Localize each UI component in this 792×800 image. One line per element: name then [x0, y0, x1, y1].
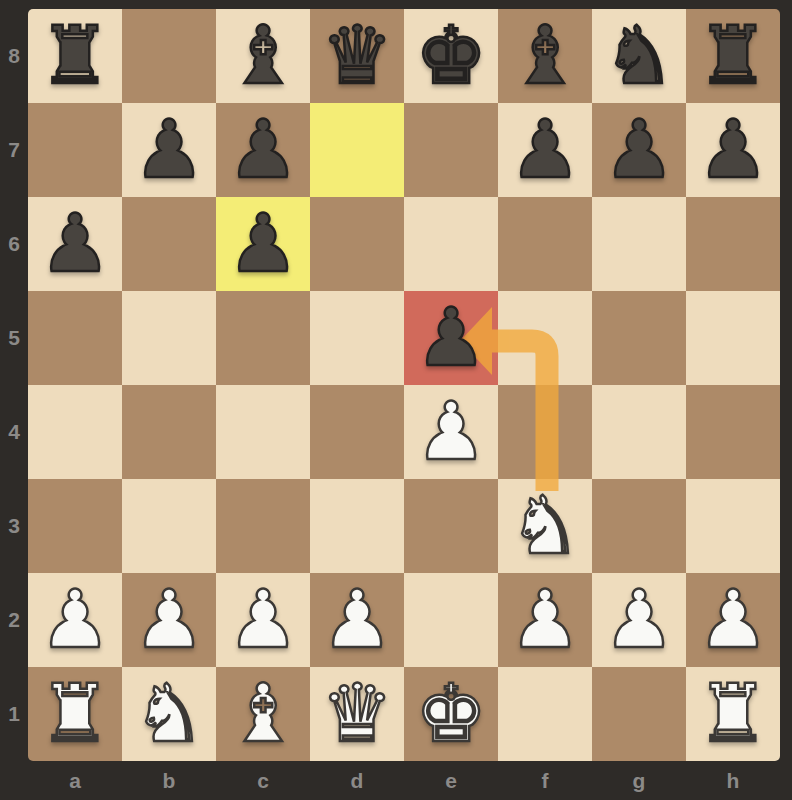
piece-white-pawn[interactable]: ♟	[697, 573, 769, 667]
piece-black-pawn[interactable]: ♟	[227, 197, 299, 291]
chess-app-background: 87654321 ♜♝♛♚♝♞♜♟♟♟♟♟♟♟♟♟♞♟♟♟♟♟♟♟♜♞♝♛♚♜ …	[0, 0, 792, 800]
piece-black-pawn[interactable]: ♟	[227, 103, 299, 197]
square-e6[interactable]	[404, 197, 498, 291]
square-h3[interactable]	[686, 479, 780, 573]
rank-label-1: 1	[0, 667, 28, 761]
rank-label-6: 6	[0, 197, 28, 291]
square-c6[interactable]: ♟	[216, 197, 310, 291]
square-f6[interactable]	[498, 197, 592, 291]
piece-black-pawn[interactable]: ♟	[603, 103, 675, 197]
file-label-g: g	[592, 761, 686, 800]
piece-white-pawn[interactable]: ♟	[39, 573, 111, 667]
square-h8[interactable]: ♜	[686, 9, 780, 103]
piece-black-bishop[interactable]: ♝	[509, 9, 581, 103]
square-e4[interactable]: ♟	[404, 385, 498, 479]
file-label-h: h	[686, 761, 780, 800]
square-a4[interactable]	[28, 385, 122, 479]
square-c7[interactable]: ♟	[216, 103, 310, 197]
piece-white-pawn[interactable]: ♟	[227, 573, 299, 667]
square-d8[interactable]: ♛	[310, 9, 404, 103]
piece-black-pawn[interactable]: ♟	[509, 103, 581, 197]
square-c4[interactable]	[216, 385, 310, 479]
square-b8[interactable]	[122, 9, 216, 103]
square-a2[interactable]: ♟	[28, 573, 122, 667]
file-label-a: a	[28, 761, 122, 800]
piece-black-bishop[interactable]: ♝	[227, 9, 299, 103]
square-b5[interactable]	[122, 291, 216, 385]
piece-white-rook[interactable]: ♜	[39, 667, 111, 761]
square-d6[interactable]	[310, 197, 404, 291]
rank-labels: 87654321	[0, 9, 28, 761]
square-b4[interactable]	[122, 385, 216, 479]
square-b2[interactable]: ♟	[122, 573, 216, 667]
piece-white-pawn[interactable]: ♟	[603, 573, 675, 667]
square-g6[interactable]	[592, 197, 686, 291]
square-d1[interactable]: ♛	[310, 667, 404, 761]
file-label-b: b	[122, 761, 216, 800]
piece-white-knight[interactable]: ♞	[509, 479, 581, 573]
piece-black-rook[interactable]: ♜	[697, 9, 769, 103]
square-b3[interactable]	[122, 479, 216, 573]
square-e7[interactable]	[404, 103, 498, 197]
square-c2[interactable]: ♟	[216, 573, 310, 667]
square-b7[interactable]: ♟	[122, 103, 216, 197]
square-e8[interactable]: ♚	[404, 9, 498, 103]
square-e5[interactable]: ♟	[404, 291, 498, 385]
rank-label-5: 5	[0, 291, 28, 385]
piece-black-king[interactable]: ♚	[415, 9, 487, 103]
file-label-c: c	[216, 761, 310, 800]
piece-white-king[interactable]: ♚	[415, 667, 487, 761]
square-e2[interactable]	[404, 573, 498, 667]
rank-label-4: 4	[0, 385, 28, 479]
rank-label-8: 8	[0, 9, 28, 103]
square-g3[interactable]	[592, 479, 686, 573]
piece-black-knight[interactable]: ♞	[603, 9, 675, 103]
square-c1[interactable]: ♝	[216, 667, 310, 761]
square-c5[interactable]	[216, 291, 310, 385]
piece-white-rook[interactable]: ♜	[697, 667, 769, 761]
chess-board[interactable]: ♜♝♛♚♝♞♜♟♟♟♟♟♟♟♟♟♞♟♟♟♟♟♟♟♜♞♝♛♚♜	[28, 9, 780, 761]
piece-black-rook[interactable]: ♜	[39, 9, 111, 103]
square-a5[interactable]	[28, 291, 122, 385]
piece-white-knight[interactable]: ♞	[133, 667, 205, 761]
square-e1[interactable]: ♚	[404, 667, 498, 761]
square-f4[interactable]	[498, 385, 592, 479]
square-g4[interactable]	[592, 385, 686, 479]
square-h5[interactable]	[686, 291, 780, 385]
square-c8[interactable]: ♝	[216, 9, 310, 103]
piece-white-pawn[interactable]: ♟	[321, 573, 393, 667]
piece-black-pawn[interactable]: ♟	[415, 291, 487, 385]
square-h6[interactable]	[686, 197, 780, 291]
piece-black-pawn[interactable]: ♟	[133, 103, 205, 197]
square-a1[interactable]: ♜	[28, 667, 122, 761]
square-b6[interactable]	[122, 197, 216, 291]
square-f5[interactable]	[498, 291, 592, 385]
square-g1[interactable]	[592, 667, 686, 761]
square-h4[interactable]	[686, 385, 780, 479]
square-f7[interactable]: ♟	[498, 103, 592, 197]
square-b1[interactable]: ♞	[122, 667, 216, 761]
square-a8[interactable]: ♜	[28, 9, 122, 103]
square-h7[interactable]: ♟	[686, 103, 780, 197]
piece-white-pawn[interactable]: ♟	[133, 573, 205, 667]
square-a3[interactable]	[28, 479, 122, 573]
rank-label-7: 7	[0, 103, 28, 197]
square-h2[interactable]: ♟	[686, 573, 780, 667]
piece-black-pawn[interactable]: ♟	[697, 103, 769, 197]
square-f1[interactable]	[498, 667, 592, 761]
square-d3[interactable]	[310, 479, 404, 573]
square-f2[interactable]: ♟	[498, 573, 592, 667]
square-g2[interactable]: ♟	[592, 573, 686, 667]
square-c3[interactable]	[216, 479, 310, 573]
file-labels: abcdefgh	[28, 761, 780, 800]
square-d2[interactable]: ♟	[310, 573, 404, 667]
piece-white-pawn[interactable]: ♟	[509, 573, 581, 667]
file-label-f: f	[498, 761, 592, 800]
square-d4[interactable]	[310, 385, 404, 479]
rank-label-3: 3	[0, 479, 28, 573]
file-label-d: d	[310, 761, 404, 800]
piece-black-queen[interactable]: ♛	[321, 9, 393, 103]
square-g8[interactable]: ♞	[592, 9, 686, 103]
piece-white-queen[interactable]: ♛	[321, 667, 393, 761]
square-d7[interactable]	[310, 103, 404, 197]
square-a7[interactable]	[28, 103, 122, 197]
square-g7[interactable]: ♟	[592, 103, 686, 197]
rank-label-2: 2	[0, 573, 28, 667]
square-h1[interactable]: ♜	[686, 667, 780, 761]
piece-white-bishop[interactable]: ♝	[227, 667, 299, 761]
piece-white-pawn[interactable]: ♟	[415, 385, 487, 479]
file-label-e: e	[404, 761, 498, 800]
square-d5[interactable]	[310, 291, 404, 385]
square-g5[interactable]	[592, 291, 686, 385]
square-a6[interactable]: ♟	[28, 197, 122, 291]
piece-black-pawn[interactable]: ♟	[39, 197, 111, 291]
square-f3[interactable]: ♞	[498, 479, 592, 573]
square-e3[interactable]	[404, 479, 498, 573]
square-f8[interactable]: ♝	[498, 9, 592, 103]
